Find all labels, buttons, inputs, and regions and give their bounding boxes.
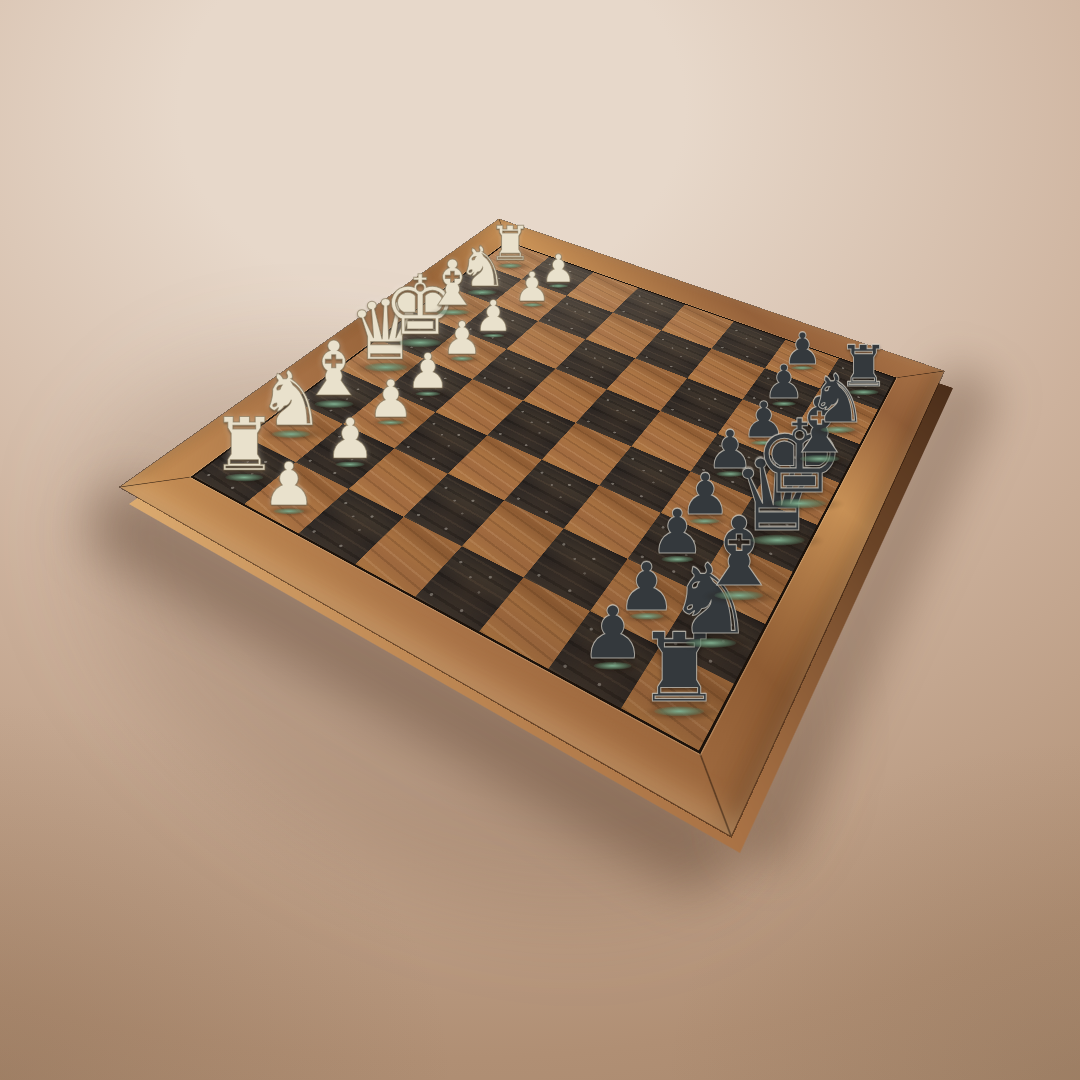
photo-backdrop: ♜♞♝♛♚♝♞♜♟♟♟♟♟♟♟♟♟♟♟♟♟♟♟♟♜♞♝♛♚♝♞♜ xyxy=(0,0,1080,1080)
white-pawn-a2[interactable]: ♟ xyxy=(262,455,316,514)
white-pawn-h2[interactable]: ♟ xyxy=(541,250,576,288)
white-rook-h1[interactable]: ♜ xyxy=(489,221,532,268)
white-pawn-f2[interactable]: ♟ xyxy=(474,295,513,337)
black-rook-glyph: ♜ xyxy=(838,339,889,395)
white-rook-glyph: ♜ xyxy=(489,221,532,268)
white-pawn-glyph: ♟ xyxy=(474,295,513,337)
white-pawn-glyph: ♟ xyxy=(262,455,316,514)
white-pawn-glyph: ♟ xyxy=(541,250,576,288)
black-rook-h8[interactable]: ♜ xyxy=(838,339,889,395)
